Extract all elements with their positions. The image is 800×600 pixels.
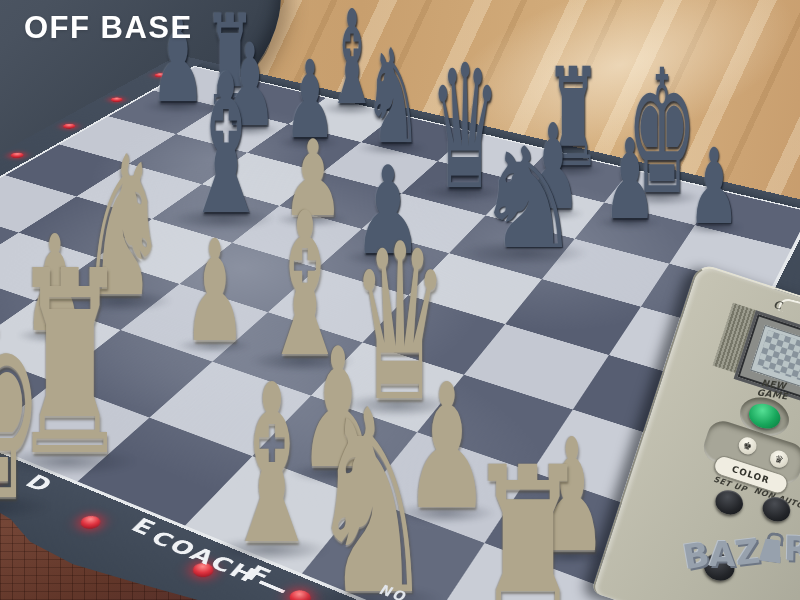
piece-white-pawn-d3: ♟ [184, 240, 247, 345]
piece-shadow [345, 249, 427, 266]
bazar-logo: BAZR [682, 528, 800, 577]
piece-shadow [0, 493, 50, 520]
piece-white-bishop-e3: ♝ [261, 212, 350, 361]
piece-shadow [597, 216, 660, 229]
piece-white-knight-c3: ♞ [79, 155, 168, 300]
pieces-layer: ♜♟♟♝♟♞♜♛♟♚♟♟♞♟♝♟♞♝♛♟♟♜♟♟♟♝♞♜♚ [0, 0, 800, 600]
piece-shadow [172, 208, 276, 230]
bazar-letter: Z [733, 531, 762, 574]
piece-black-pawn-e5: ♟ [353, 166, 423, 257]
shopping-bag-icon [759, 531, 785, 564]
piece-black-knight-d7: ♞ [364, 50, 422, 148]
bazar-letter: A [709, 534, 735, 574]
piece-shadow [394, 502, 495, 523]
piece-white-knight-g1: ♞ [309, 408, 435, 598]
piece-black-knight-f6: ♞ [475, 148, 582, 252]
piece-white-pawn-b2: ♟ [24, 235, 87, 335]
piece-shadow [341, 393, 454, 417]
piece-white-pawn-f2: ♟ [299, 348, 378, 472]
piece-white-rook-d1: ♜ [11, 270, 129, 460]
piece-black-rook-e8: ♜ [545, 68, 601, 170]
photo-stage: DEF COACH C H NEWGAME ♚ ♛ COLOR SET UP N… [0, 0, 800, 600]
piece-shadow [199, 102, 259, 115]
piece-shadow [295, 584, 442, 600]
offbase-watermark: OFF BASE [24, 10, 193, 46]
bazar-letter: R [783, 528, 800, 568]
piece-shadow [177, 338, 251, 353]
piece-black-pawn-f7: ♟ [525, 125, 581, 213]
piece-black-rook-a8: ♜ [204, 14, 255, 108]
piece-black-bishop-c8: ♝ [326, 11, 379, 108]
piece-shadow [275, 212, 349, 227]
piece-white-rook-h1: ♜ [465, 465, 591, 600]
piece-black-pawn-c7: ♟ [284, 62, 336, 142]
piece-shadow [539, 164, 604, 178]
piece-white-pawn-h2: ♟ [537, 438, 607, 555]
piece-shadow [619, 189, 701, 206]
piece-shadow [357, 141, 425, 155]
piece-shadow [217, 123, 280, 136]
piece-shadow [290, 463, 382, 482]
piece-shadow [519, 207, 584, 221]
piece-black-king-g8: ♚ [627, 68, 697, 197]
piece-shadow [210, 537, 329, 562]
piece-shadow [17, 328, 91, 343]
piece-black-pawn-h7: ♟ [688, 149, 740, 227]
piece-black-pawn-b7: ♟ [223, 44, 277, 130]
piece-shadow [278, 136, 339, 149]
piece-black-pawn-g7: ♟ [603, 139, 657, 222]
piece-shadow [463, 240, 588, 266]
piece-white-pawn-g2: ♟ [404, 382, 490, 512]
piece-shadow [0, 447, 136, 476]
piece-shadow [682, 221, 743, 234]
piece-shadow [529, 547, 611, 564]
piece-white-king-c1: ♚ [0, 319, 44, 505]
piece-shadow [144, 100, 209, 114]
piece-black-queen-e7: ♛ [430, 63, 500, 192]
piece-white-queen-f3: ♛ [352, 242, 449, 404]
piece-black-bishop-c5: ♝ [182, 73, 271, 218]
piece-white-pawn-d5: ♟ [282, 140, 345, 219]
piece-shadow [320, 102, 382, 115]
bazar-letter: B [680, 534, 712, 578]
piece-shadow [422, 184, 504, 201]
piece-shadow [251, 350, 355, 372]
piece-shadow [69, 290, 173, 312]
piece-white-bishop-f1: ♝ [221, 384, 322, 548]
